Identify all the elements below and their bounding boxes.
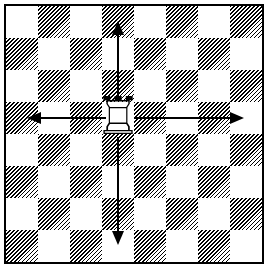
- move-arrow-right: [134, 112, 244, 124]
- chess-diagram: ♖: [0, 0, 267, 268]
- move-arrows-overlay: [6, 6, 262, 262]
- move-arrow-down: [112, 137, 124, 245]
- move-arrow-up: [112, 21, 124, 98]
- move-arrow-left: [27, 112, 106, 124]
- chess-board: ♖: [4, 4, 264, 264]
